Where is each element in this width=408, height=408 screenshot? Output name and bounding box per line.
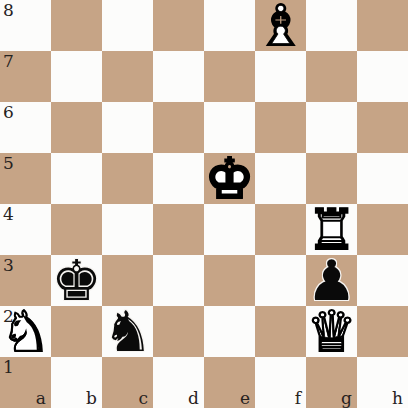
square-h7[interactable]: [357, 51, 408, 102]
square-c4[interactable]: [102, 204, 153, 255]
square-h4[interactable]: [357, 204, 408, 255]
square-b8[interactable]: [51, 0, 102, 51]
square-d4[interactable]: [153, 204, 204, 255]
white-bishop-outline: ♗: [255, 0, 306, 51]
square-d6[interactable]: [153, 102, 204, 153]
white-king-outline: ♔: [204, 153, 255, 204]
black-knight[interactable]: ♞: [102, 306, 153, 357]
square-b1[interactable]: b: [51, 357, 102, 408]
square-b2[interactable]: [51, 306, 102, 357]
square-c1[interactable]: c: [102, 357, 153, 408]
square-f5[interactable]: [255, 153, 306, 204]
white-bishop[interactable]: ♝♗: [255, 0, 306, 51]
white-queen-outline: ♕: [306, 306, 357, 357]
square-b7[interactable]: [51, 51, 102, 102]
square-h1[interactable]: h: [357, 357, 408, 408]
square-d7[interactable]: [153, 51, 204, 102]
file-label-b: b: [86, 390, 97, 407]
square-a7[interactable]: 7: [0, 51, 51, 102]
square-e5[interactable]: ♚♔: [204, 153, 255, 204]
square-c6[interactable]: [102, 102, 153, 153]
black-king-glyph: ♚: [51, 255, 102, 306]
square-f4[interactable]: [255, 204, 306, 255]
square-g2[interactable]: ♛♕: [306, 306, 357, 357]
square-h6[interactable]: [357, 102, 408, 153]
chess-board: 8♝♗765♚♔4♜♖3♚♟2♞♘♞♛♕1abcdefgh: [0, 0, 408, 408]
square-c8[interactable]: [102, 0, 153, 51]
square-e3[interactable]: [204, 255, 255, 306]
square-h2[interactable]: [357, 306, 408, 357]
rank-label-7: 7: [3, 53, 14, 70]
square-c2[interactable]: ♞: [102, 306, 153, 357]
square-g8[interactable]: [306, 0, 357, 51]
square-b5[interactable]: [51, 153, 102, 204]
square-f7[interactable]: [255, 51, 306, 102]
rank-label-3: 3: [3, 257, 14, 274]
rank-label-5: 5: [3, 155, 14, 172]
rank-label-4: 4: [3, 206, 14, 223]
file-label-h: h: [392, 390, 403, 407]
square-d1[interactable]: d: [153, 357, 204, 408]
square-e2[interactable]: [204, 306, 255, 357]
square-b3[interactable]: ♚: [51, 255, 102, 306]
square-c5[interactable]: [102, 153, 153, 204]
square-d8[interactable]: [153, 0, 204, 51]
square-a2[interactable]: 2♞♘: [0, 306, 51, 357]
square-g1[interactable]: g: [306, 357, 357, 408]
file-label-g: g: [341, 390, 352, 407]
square-h5[interactable]: [357, 153, 408, 204]
square-e7[interactable]: [204, 51, 255, 102]
black-king[interactable]: ♚: [51, 255, 102, 306]
square-g7[interactable]: [306, 51, 357, 102]
square-a8[interactable]: 8: [0, 0, 51, 51]
rank-label-2: 2: [3, 308, 14, 325]
square-e8[interactable]: [204, 0, 255, 51]
square-d3[interactable]: [153, 255, 204, 306]
square-f3[interactable]: [255, 255, 306, 306]
square-f6[interactable]: [255, 102, 306, 153]
rank-label-8: 8: [3, 2, 14, 19]
square-d5[interactable]: [153, 153, 204, 204]
file-label-d: d: [188, 390, 199, 407]
square-a1[interactable]: 1a: [0, 357, 51, 408]
rank-label-6: 6: [3, 104, 14, 121]
file-label-e: e: [240, 390, 250, 407]
square-a5[interactable]: 5: [0, 153, 51, 204]
square-e4[interactable]: [204, 204, 255, 255]
file-label-a: a: [36, 390, 46, 407]
square-a4[interactable]: 4: [0, 204, 51, 255]
white-king[interactable]: ♚♔: [204, 153, 255, 204]
square-a6[interactable]: 6: [0, 102, 51, 153]
file-label-f: f: [295, 390, 301, 407]
white-queen[interactable]: ♛♕: [306, 306, 357, 357]
rank-label-1: 1: [3, 359, 14, 376]
square-g6[interactable]: [306, 102, 357, 153]
square-f2[interactable]: [255, 306, 306, 357]
square-c7[interactable]: [102, 51, 153, 102]
square-f1[interactable]: f: [255, 357, 306, 408]
square-h8[interactable]: [357, 0, 408, 51]
file-label-c: c: [138, 390, 148, 407]
square-b6[interactable]: [51, 102, 102, 153]
square-h3[interactable]: [357, 255, 408, 306]
square-f8[interactable]: ♝♗: [255, 0, 306, 51]
square-d2[interactable]: [153, 306, 204, 357]
black-knight-glyph: ♞: [102, 306, 153, 357]
square-e1[interactable]: e: [204, 357, 255, 408]
